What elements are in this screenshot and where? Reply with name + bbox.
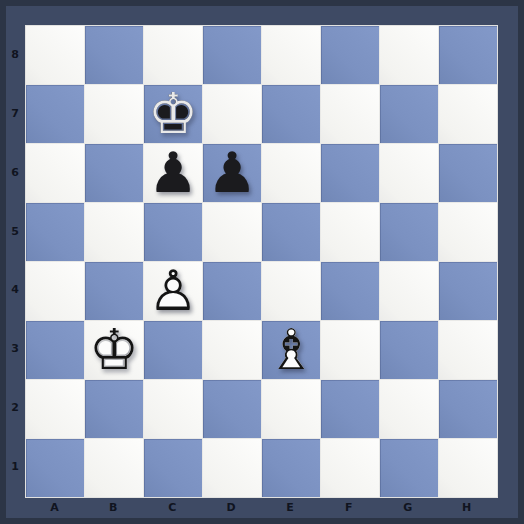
square-g6[interactable] bbox=[380, 144, 438, 202]
square-g7[interactable] bbox=[380, 85, 438, 143]
rank-labels: 87654321 bbox=[6, 25, 24, 496]
square-f8[interactable] bbox=[321, 26, 379, 84]
square-c4[interactable]: ♟♙ bbox=[144, 262, 202, 320]
square-c7[interactable]: ♚♔ bbox=[144, 85, 202, 143]
square-g4[interactable] bbox=[380, 262, 438, 320]
black-pawn[interactable]: ♟ bbox=[144, 144, 202, 202]
file-label-g: G bbox=[378, 499, 437, 516]
square-d7[interactable] bbox=[203, 85, 261, 143]
rank-label-1: 1 bbox=[6, 437, 24, 496]
rank-label-7: 7 bbox=[6, 84, 24, 143]
file-label-f: F bbox=[319, 499, 378, 516]
file-label-d: D bbox=[202, 499, 261, 516]
square-e6[interactable] bbox=[262, 144, 320, 202]
square-g8[interactable] bbox=[380, 26, 438, 84]
square-d6[interactable]: ♟ bbox=[203, 144, 261, 202]
square-b1[interactable] bbox=[85, 439, 143, 497]
square-e8[interactable] bbox=[262, 26, 320, 84]
black-king[interactable]: ♚♔ bbox=[144, 85, 202, 143]
square-d8[interactable] bbox=[203, 26, 261, 84]
black-pawn[interactable]: ♟ bbox=[203, 144, 261, 202]
square-a1[interactable] bbox=[26, 439, 84, 497]
chessboard-frame: 87654321 ♚♔♟♟♟♙♚♔♝♗ ABCDEFGH bbox=[0, 0, 524, 524]
square-d3[interactable] bbox=[203, 321, 261, 379]
square-h3[interactable] bbox=[439, 321, 497, 379]
file-label-h: H bbox=[437, 499, 496, 516]
square-h2[interactable] bbox=[439, 380, 497, 438]
rank-label-5: 5 bbox=[6, 202, 24, 261]
square-d5[interactable] bbox=[203, 203, 261, 261]
file-label-c: C bbox=[143, 499, 202, 516]
square-f4[interactable] bbox=[321, 262, 379, 320]
square-e5[interactable] bbox=[262, 203, 320, 261]
square-h5[interactable] bbox=[439, 203, 497, 261]
square-a2[interactable] bbox=[26, 380, 84, 438]
square-d4[interactable] bbox=[203, 262, 261, 320]
square-g1[interactable] bbox=[380, 439, 438, 497]
square-e1[interactable] bbox=[262, 439, 320, 497]
white-bishop[interactable]: ♝♗ bbox=[262, 321, 320, 379]
square-c3[interactable] bbox=[144, 321, 202, 379]
square-a3[interactable] bbox=[26, 321, 84, 379]
square-b6[interactable] bbox=[85, 144, 143, 202]
square-a4[interactable] bbox=[26, 262, 84, 320]
piece-outline-glyph: ♔ bbox=[85, 321, 143, 379]
white-king[interactable]: ♚♔ bbox=[85, 321, 143, 379]
file-label-a: A bbox=[25, 499, 84, 516]
square-d2[interactable] bbox=[203, 380, 261, 438]
rank-label-4: 4 bbox=[6, 261, 24, 320]
square-c2[interactable] bbox=[144, 380, 202, 438]
square-e3[interactable]: ♝♗ bbox=[262, 321, 320, 379]
square-b5[interactable] bbox=[85, 203, 143, 261]
piece-outline-glyph: ♙ bbox=[144, 262, 202, 320]
square-a6[interactable] bbox=[26, 144, 84, 202]
square-b8[interactable] bbox=[85, 26, 143, 84]
square-c6[interactable]: ♟ bbox=[144, 144, 202, 202]
square-c8[interactable] bbox=[144, 26, 202, 84]
rank-label-6: 6 bbox=[6, 143, 24, 202]
rank-label-2: 2 bbox=[6, 378, 24, 437]
square-c1[interactable] bbox=[144, 439, 202, 497]
square-b2[interactable] bbox=[85, 380, 143, 438]
square-d1[interactable] bbox=[203, 439, 261, 497]
piece-outline-glyph: ♗ bbox=[262, 321, 320, 379]
square-e2[interactable] bbox=[262, 380, 320, 438]
square-c5[interactable] bbox=[144, 203, 202, 261]
square-h6[interactable] bbox=[439, 144, 497, 202]
square-f2[interactable] bbox=[321, 380, 379, 438]
square-b4[interactable] bbox=[85, 262, 143, 320]
square-a7[interactable] bbox=[26, 85, 84, 143]
square-e7[interactable] bbox=[262, 85, 320, 143]
square-g5[interactable] bbox=[380, 203, 438, 261]
square-f5[interactable] bbox=[321, 203, 379, 261]
rank-label-3: 3 bbox=[6, 319, 24, 378]
board: ♚♔♟♟♟♙♚♔♝♗ bbox=[25, 25, 498, 498]
piece-detail-glyph: ♔ bbox=[144, 85, 202, 143]
square-h7[interactable] bbox=[439, 85, 497, 143]
square-a5[interactable] bbox=[26, 203, 84, 261]
square-h4[interactable] bbox=[439, 262, 497, 320]
rank-label-8: 8 bbox=[6, 25, 24, 84]
white-pawn[interactable]: ♟♙ bbox=[144, 262, 202, 320]
square-h8[interactable] bbox=[439, 26, 497, 84]
piece-fill-glyph: ♟ bbox=[144, 144, 202, 202]
square-f6[interactable] bbox=[321, 144, 379, 202]
square-b3[interactable]: ♚♔ bbox=[85, 321, 143, 379]
square-f3[interactable] bbox=[321, 321, 379, 379]
square-f7[interactable] bbox=[321, 85, 379, 143]
file-label-b: B bbox=[84, 499, 143, 516]
square-a8[interactable] bbox=[26, 26, 84, 84]
square-b7[interactable] bbox=[85, 85, 143, 143]
square-f1[interactable] bbox=[321, 439, 379, 497]
square-e4[interactable] bbox=[262, 262, 320, 320]
file-labels: ABCDEFGH bbox=[25, 499, 496, 516]
file-label-e: E bbox=[261, 499, 320, 516]
square-g3[interactable] bbox=[380, 321, 438, 379]
square-g2[interactable] bbox=[380, 380, 438, 438]
square-h1[interactable] bbox=[439, 439, 497, 497]
piece-fill-glyph: ♟ bbox=[203, 144, 261, 202]
